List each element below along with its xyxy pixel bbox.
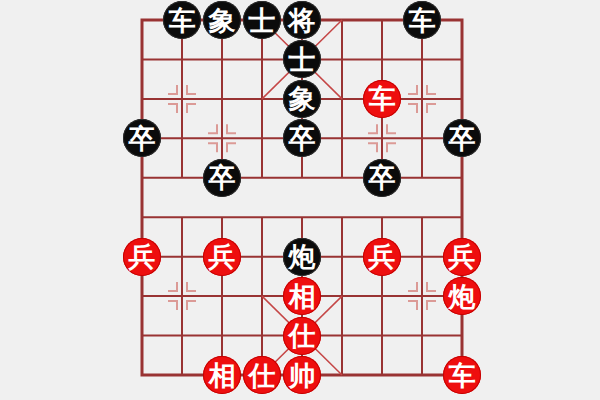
- black-cannon[interactable]: 炮: [283, 238, 321, 276]
- red-soldier[interactable]: 兵: [363, 238, 401, 276]
- black-soldier[interactable]: 卒: [443, 119, 481, 157]
- pieces-layer: 车象士将车士象车卒卒卒卒卒兵兵炮兵兵相炮仕相仕帅车: [0, 0, 600, 400]
- red-chariot[interactable]: 车: [363, 80, 401, 118]
- red-soldier[interactable]: 兵: [203, 238, 241, 276]
- red-advisor[interactable]: 仕: [243, 356, 281, 394]
- red-elephant[interactable]: 相: [203, 356, 241, 394]
- black-chariot[interactable]: 车: [163, 1, 201, 39]
- red-general[interactable]: 帅: [283, 356, 321, 394]
- black-advisor[interactable]: 士: [283, 40, 321, 78]
- red-chariot[interactable]: 车: [443, 356, 481, 394]
- red-soldier[interactable]: 兵: [123, 238, 161, 276]
- black-general[interactable]: 将: [283, 1, 321, 39]
- black-soldier[interactable]: 卒: [203, 159, 241, 197]
- red-cannon[interactable]: 炮: [443, 277, 481, 315]
- black-soldier[interactable]: 卒: [123, 119, 161, 157]
- black-soldier[interactable]: 卒: [363, 159, 401, 197]
- red-advisor[interactable]: 仕: [283, 317, 321, 355]
- black-chariot[interactable]: 车: [403, 1, 441, 39]
- black-elephant[interactable]: 象: [203, 1, 241, 39]
- black-advisor[interactable]: 士: [243, 1, 281, 39]
- black-soldier[interactable]: 卒: [283, 119, 321, 157]
- black-elephant[interactable]: 象: [283, 80, 321, 118]
- xiangqi-board: 车象士将车士象车卒卒卒卒卒兵兵炮兵兵相炮仕相仕帅车: [0, 0, 600, 400]
- red-elephant[interactable]: 相: [283, 277, 321, 315]
- red-soldier[interactable]: 兵: [443, 238, 481, 276]
